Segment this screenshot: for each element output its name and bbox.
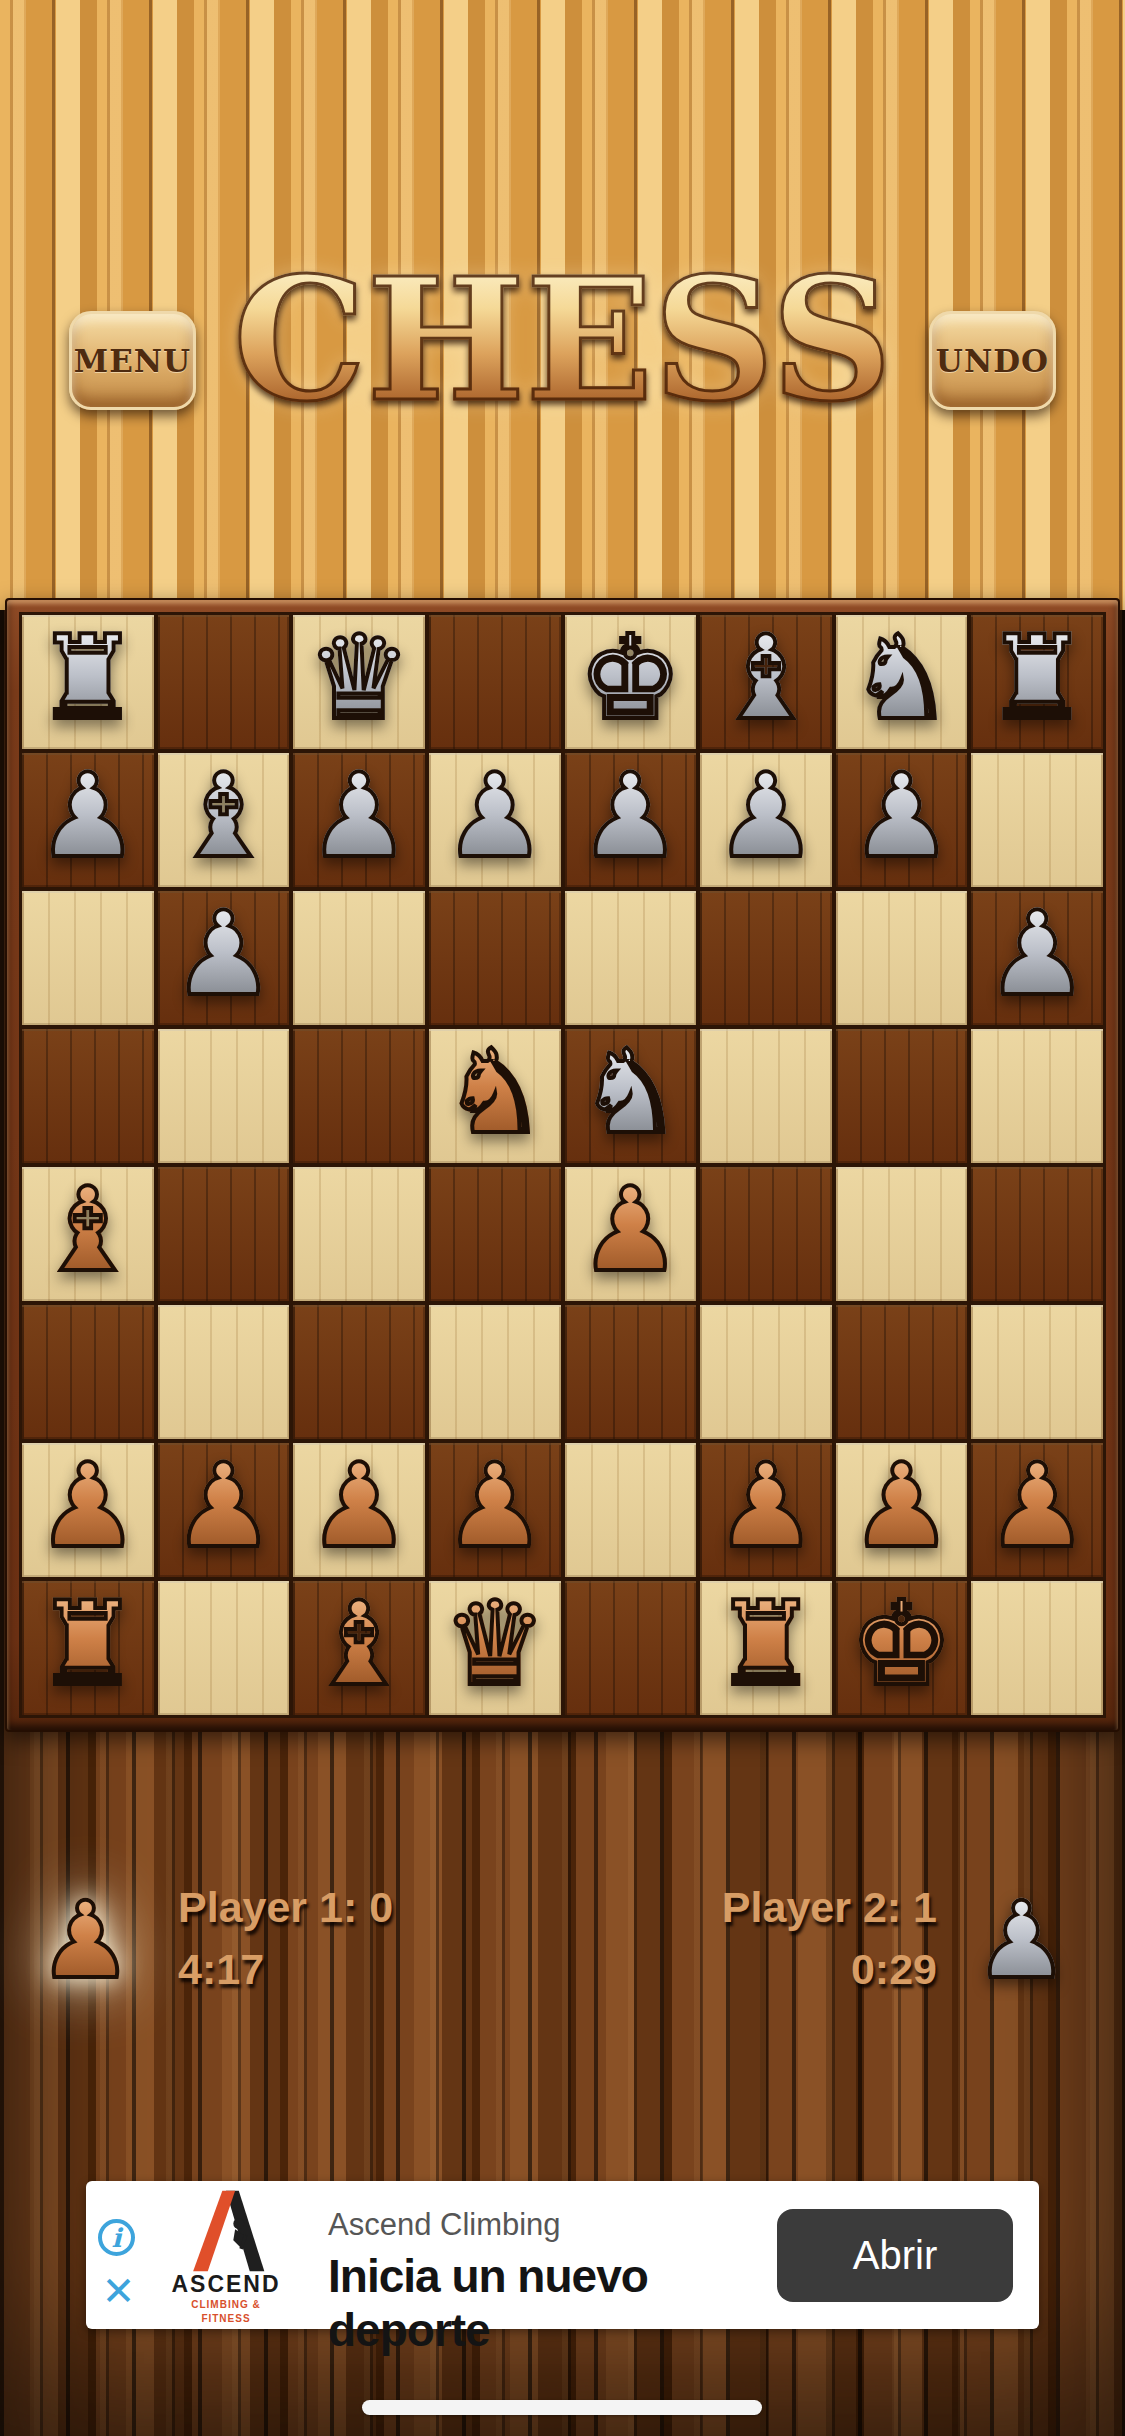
square-a5[interactable] bbox=[22, 1029, 154, 1163]
square-h1[interactable] bbox=[971, 1581, 1103, 1715]
chess-app-screen: CHESS MENU UNDO ♜♛♚♝♞♜♟♝♟♟♟♟♟♟♟♞♞♝♟♟♟♟♟♟… bbox=[0, 0, 1125, 2436]
copper-rook: ♜ bbox=[36, 1586, 140, 1702]
square-h5[interactable] bbox=[971, 1029, 1103, 1163]
square-g8[interactable]: ♞ bbox=[836, 615, 968, 749]
square-d5[interactable]: ♞ bbox=[429, 1029, 561, 1163]
ad-banner[interactable]: i ✕ ASCEND CLIMBING & FITNESS Ascend Cli… bbox=[86, 2181, 1039, 2329]
square-a7[interactable]: ♟ bbox=[22, 753, 154, 887]
square-c3[interactable] bbox=[293, 1305, 425, 1439]
copper-queen: ♛ bbox=[443, 1586, 547, 1702]
square-e2[interactable] bbox=[565, 1443, 697, 1577]
ad-logo-brand: ASCEND bbox=[156, 2271, 296, 2298]
square-a8[interactable]: ♜ bbox=[22, 615, 154, 749]
square-d7[interactable]: ♟ bbox=[429, 753, 561, 887]
square-h4[interactable] bbox=[971, 1167, 1103, 1301]
square-h8[interactable]: ♜ bbox=[971, 615, 1103, 749]
silver-pawn: ♟ bbox=[714, 758, 818, 874]
silver-pawn: ♟ bbox=[443, 758, 547, 874]
square-g1[interactable]: ♚ bbox=[836, 1581, 968, 1715]
square-g5[interactable] bbox=[836, 1029, 968, 1163]
ad-open-button[interactable]: Abrir bbox=[777, 2209, 1013, 2302]
square-b7[interactable]: ♝ bbox=[158, 753, 290, 887]
ad-advertiser-logo: ASCEND CLIMBING & FITNESS bbox=[156, 2189, 296, 2325]
square-g6[interactable] bbox=[836, 891, 968, 1025]
square-c7[interactable]: ♟ bbox=[293, 753, 425, 887]
square-c8[interactable]: ♛ bbox=[293, 615, 425, 749]
square-d6[interactable] bbox=[429, 891, 561, 1025]
copper-bishop: ♝ bbox=[36, 1172, 140, 1288]
copper-knight: ♞ bbox=[443, 1034, 547, 1150]
copper-pawn: ♟ bbox=[850, 1448, 954, 1564]
square-g2[interactable]: ♟ bbox=[836, 1443, 968, 1577]
square-b5[interactable] bbox=[158, 1029, 290, 1163]
ad-logo-tagline-line1: CLIMBING & bbox=[156, 2298, 296, 2312]
silver-pawn: ♟ bbox=[578, 758, 682, 874]
silver-bishop: ♝ bbox=[714, 620, 818, 736]
square-g3[interactable] bbox=[836, 1305, 968, 1439]
square-a2[interactable]: ♟ bbox=[22, 1443, 154, 1577]
player2-clock: 0:29 bbox=[722, 1938, 937, 2000]
square-b2[interactable]: ♟ bbox=[158, 1443, 290, 1577]
silver-bishop: ♝ bbox=[171, 758, 275, 874]
board-frame: ♜♛♚♝♞♜♟♝♟♟♟♟♟♟♟♞♞♝♟♟♟♟♟♟♟♟♜♝♛♜♚ bbox=[5, 598, 1120, 1732]
square-a6[interactable] bbox=[22, 891, 154, 1025]
copper-pawn: ♟ bbox=[171, 1448, 275, 1564]
square-c5[interactable] bbox=[293, 1029, 425, 1163]
copper-pawn: ♟ bbox=[307, 1448, 411, 1564]
home-indicator[interactable] bbox=[362, 2400, 762, 2415]
ad-logo-tagline-line2: FITNESS bbox=[156, 2312, 296, 2326]
square-a3[interactable] bbox=[22, 1305, 154, 1439]
square-c2[interactable]: ♟ bbox=[293, 1443, 425, 1577]
square-c1[interactable]: ♝ bbox=[293, 1581, 425, 1715]
silver-knight: ♞ bbox=[578, 1034, 682, 1150]
square-h7[interactable] bbox=[971, 753, 1103, 887]
square-b3[interactable] bbox=[158, 1305, 290, 1439]
square-b8[interactable] bbox=[158, 615, 290, 749]
square-e5[interactable]: ♞ bbox=[565, 1029, 697, 1163]
square-f5[interactable] bbox=[700, 1029, 832, 1163]
silver-pawn: ♟ bbox=[36, 758, 140, 874]
square-f6[interactable] bbox=[700, 891, 832, 1025]
copper-pawn: ♟ bbox=[714, 1448, 818, 1564]
ad-info-icon[interactable]: i bbox=[98, 2219, 135, 2256]
square-f2[interactable]: ♟ bbox=[700, 1443, 832, 1577]
chess-board[interactable]: ♜♛♚♝♞♜♟♝♟♟♟♟♟♟♟♞♞♝♟♟♟♟♟♟♟♟♜♝♛♜♚ bbox=[19, 612, 1106, 1718]
copper-bishop: ♝ bbox=[307, 1586, 411, 1702]
player1-clock: 4:17 bbox=[178, 1938, 393, 2000]
player1-score-label: Player 1: 0 bbox=[178, 1876, 393, 1938]
square-e1[interactable] bbox=[565, 1581, 697, 1715]
square-b4[interactable] bbox=[158, 1167, 290, 1301]
square-g7[interactable]: ♟ bbox=[836, 753, 968, 887]
square-d3[interactable] bbox=[429, 1305, 561, 1439]
ad-advertiser-name: Ascend Climbing bbox=[328, 2207, 778, 2243]
copper-pawn: ♟ bbox=[578, 1172, 682, 1288]
square-e8[interactable]: ♚ bbox=[565, 615, 697, 749]
square-e7[interactable]: ♟ bbox=[565, 753, 697, 887]
silver-pawn: ♟ bbox=[307, 758, 411, 874]
silver-queen: ♛ bbox=[307, 620, 411, 736]
square-f3[interactable] bbox=[700, 1305, 832, 1439]
square-e3[interactable] bbox=[565, 1305, 697, 1439]
silver-pawn: ♟ bbox=[850, 758, 954, 874]
menu-button[interactable]: MENU bbox=[69, 311, 196, 410]
silver-rook: ♜ bbox=[985, 620, 1089, 736]
ad-copy: Ascend Climbing Inicia un nuevo deporte bbox=[328, 2207, 778, 2357]
copper-rook: ♜ bbox=[714, 1586, 818, 1702]
square-f7[interactable]: ♟ bbox=[700, 753, 832, 887]
square-b1[interactable] bbox=[158, 1581, 290, 1715]
silver-pawn: ♟ bbox=[171, 896, 275, 1012]
square-f8[interactable]: ♝ bbox=[700, 615, 832, 749]
square-b6[interactable]: ♟ bbox=[158, 891, 290, 1025]
ad-close-icon[interactable]: ✕ bbox=[100, 2273, 137, 2310]
square-f4[interactable] bbox=[700, 1167, 832, 1301]
copper-pawn: ♟ bbox=[443, 1448, 547, 1564]
square-h6[interactable]: ♟ bbox=[971, 891, 1103, 1025]
square-g4[interactable] bbox=[836, 1167, 968, 1301]
copper-pawn: ♟ bbox=[985, 1448, 1089, 1564]
silver-rook: ♜ bbox=[36, 620, 140, 736]
square-c6[interactable] bbox=[293, 891, 425, 1025]
player2-info: Player 2: 1 0:29 bbox=[722, 1876, 937, 2001]
undo-button[interactable]: UNDO bbox=[929, 311, 1056, 410]
player1-pawn-icon: ♟ bbox=[38, 1888, 133, 1994]
square-d2[interactable]: ♟ bbox=[429, 1443, 561, 1577]
player2-score-label: Player 2: 1 bbox=[722, 1876, 937, 1938]
square-e6[interactable] bbox=[565, 891, 697, 1025]
square-d4[interactable] bbox=[429, 1167, 561, 1301]
square-a4[interactable]: ♝ bbox=[22, 1167, 154, 1301]
ascend-logo-icon bbox=[180, 2189, 272, 2273]
square-h3[interactable] bbox=[971, 1305, 1103, 1439]
player1-info: Player 1: 0 4:17 bbox=[178, 1876, 393, 2001]
silver-king: ♚ bbox=[578, 620, 682, 736]
square-d8[interactable] bbox=[429, 615, 561, 749]
square-d1[interactable]: ♛ bbox=[429, 1581, 561, 1715]
square-c4[interactable] bbox=[293, 1167, 425, 1301]
square-h2[interactable]: ♟ bbox=[971, 1443, 1103, 1577]
square-a1[interactable]: ♜ bbox=[22, 1581, 154, 1715]
copper-king: ♚ bbox=[850, 1586, 954, 1702]
ad-headline: Inicia un nuevo deporte bbox=[328, 2249, 778, 2357]
player2-pawn-icon: ♟ bbox=[974, 1888, 1069, 1994]
silver-pawn: ♟ bbox=[985, 896, 1089, 1012]
square-e4[interactable]: ♟ bbox=[565, 1167, 697, 1301]
square-f1[interactable]: ♜ bbox=[700, 1581, 832, 1715]
copper-pawn: ♟ bbox=[36, 1448, 140, 1564]
ad-logo-tagline: CLIMBING & FITNESS bbox=[156, 2298, 296, 2325]
silver-knight: ♞ bbox=[850, 620, 954, 736]
